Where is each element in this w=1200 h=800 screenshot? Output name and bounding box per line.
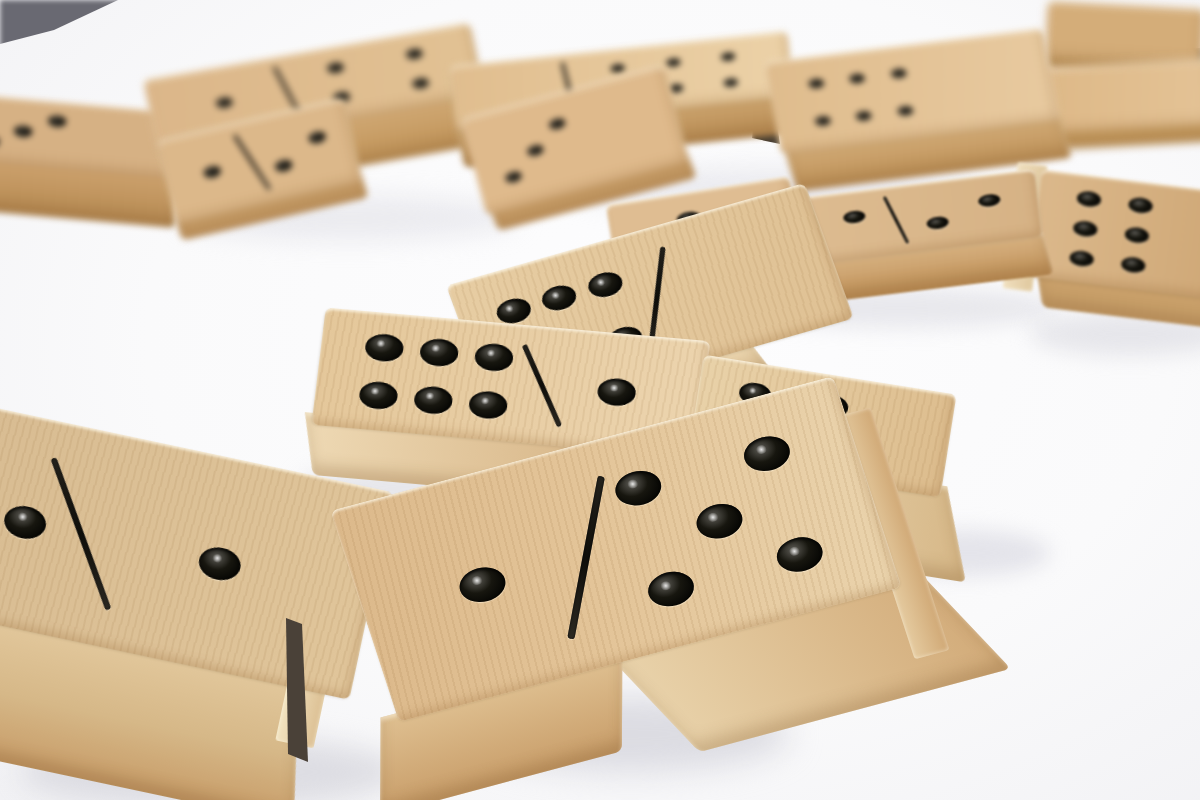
- pip-highlight: [550, 291, 561, 299]
- domino-left-giant-divider-line: [51, 458, 112, 611]
- pip-back-right-halfa: [856, 110, 872, 121]
- domino-middle-right-divider-line: [883, 196, 909, 243]
- pip-highlight: [16, 512, 28, 522]
- pip-back-center-front-halfa: [548, 117, 566, 131]
- pip-middle-right-halfb: [977, 193, 1000, 208]
- pip-back-left-long-halfa: [215, 97, 233, 110]
- pip-foreground-halfb: [739, 431, 794, 475]
- pip-back-right-halfa: [849, 73, 865, 84]
- domino-right-receding-top-face: [1028, 169, 1200, 299]
- pip-center-horizontal-halfa: [418, 338, 459, 368]
- domino-back-left-front-divider-line: [233, 134, 271, 190]
- pip-left-giant-halfa: [1, 502, 49, 542]
- pip-center-horizontal-halfa: [473, 343, 514, 373]
- pip-highlight: [609, 384, 620, 392]
- pip-back-center-front-halfa: [526, 144, 544, 158]
- domino-right-receding: [1028, 169, 1200, 299]
- pip-right-receding-halfa: [1128, 196, 1154, 214]
- pip-center-vertical-halfa: [585, 269, 626, 301]
- pip-back-left-front-halfb: [307, 130, 326, 145]
- pip-back-left-long-halfb: [412, 77, 430, 90]
- pip-back-center-long-halfb: [724, 78, 739, 87]
- pip-center-horizontal-halfa: [363, 333, 404, 363]
- pip-foreground-halfb: [692, 499, 747, 543]
- pip-center-horizontal-halfa: [357, 380, 398, 410]
- pip-highlight: [431, 345, 442, 353]
- pip-center-horizontal-halfa: [468, 390, 509, 420]
- pip-highlight: [480, 396, 491, 404]
- domino-stack-right-upper: [1045, 0, 1200, 66]
- pip-back-center-long-halfb: [666, 58, 681, 67]
- pip-highlight: [504, 304, 515, 312]
- dominoes-photo-scene: [0, 0, 1200, 800]
- pip-back-right-halfa: [808, 79, 824, 90]
- pip-highlight: [659, 580, 673, 591]
- pip-foreground-halfb: [772, 533, 827, 577]
- pip-highlight: [376, 340, 387, 348]
- pip-right-receding-halfa: [1124, 226, 1150, 244]
- pip-right-receding-halfa: [1077, 190, 1103, 208]
- domino-back-right: [765, 28, 1060, 155]
- pip-back-center-long-halfb: [721, 52, 736, 61]
- pip-right-receding-halfa: [1073, 220, 1099, 238]
- pip-back-center-long-halfb: [610, 63, 625, 72]
- pip-highlight: [706, 512, 720, 523]
- pip-highlight: [787, 545, 801, 556]
- pip-highlight: [486, 350, 497, 358]
- pip-back-right-halfa: [897, 105, 913, 116]
- pip-edge-left-halfa: [14, 125, 33, 138]
- pip-back-right-halfa: [814, 116, 830, 127]
- pip-center-vertical-halfa: [539, 282, 580, 314]
- domino-foreground-divider-line: [567, 475, 605, 639]
- pip-highlight: [626, 478, 640, 489]
- pip-right-receding-halfa: [1069, 250, 1095, 268]
- pip-back-left-front-halfb: [274, 159, 293, 174]
- pip-highlight: [754, 444, 768, 455]
- pip-middle-right-halfa: [843, 210, 866, 225]
- pip-back-left-long-halfb: [405, 48, 423, 61]
- pip-center-horizontal-halfa: [412, 385, 453, 415]
- pip-back-left-long-halfb: [326, 62, 344, 75]
- pip-foreground-halfa: [455, 563, 510, 607]
- pip-highlight: [748, 387, 757, 394]
- pip-left-giant-halfb: [196, 544, 244, 584]
- domino-stack-right-upper-top-face: [1045, 0, 1200, 66]
- table-edge: [0, 0, 140, 60]
- pip-back-right-halfa: [890, 68, 906, 79]
- pip-center-horizontal-halfb: [596, 377, 637, 407]
- pip-highlight: [470, 575, 484, 586]
- pip-middle-right-halfb: [926, 216, 949, 231]
- pip-edge-left-halfa: [48, 115, 67, 128]
- pip-highlight: [596, 278, 607, 286]
- pip-foreground-halfb: [644, 567, 699, 611]
- domino-center-horizontal-divider-line: [522, 344, 562, 427]
- pip-back-left-front-halfa: [203, 165, 222, 180]
- pip-right-receding-halfa: [1120, 256, 1146, 274]
- pip-highlight: [211, 553, 223, 563]
- pip-highlight: [370, 387, 381, 395]
- pip-highlight: [425, 392, 436, 400]
- pip-back-center-front-halfa: [505, 170, 523, 184]
- pip-foreground-halfb: [611, 466, 666, 510]
